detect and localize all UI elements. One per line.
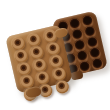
- mold-tab: [25, 85, 42, 98]
- chocolate-mold-underside-view: [5, 24, 73, 93]
- product-photo: [0, 0, 110, 110]
- mold-cavity-bump: [55, 79, 71, 95]
- mold-tab: [70, 70, 83, 80]
- mold-cavity-hole: [91, 57, 104, 70]
